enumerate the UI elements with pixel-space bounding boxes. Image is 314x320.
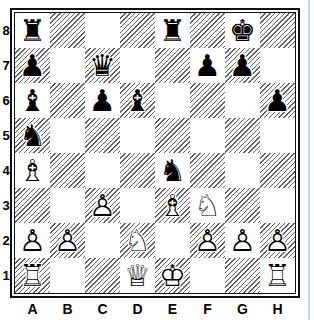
piece-glyph: ♜ — [15, 13, 50, 48]
square-f8 — [190, 13, 225, 48]
black-knight-e4: ♞♞ — [155, 153, 190, 188]
square-c4 — [85, 153, 120, 188]
chess-board-inner-frame: ♜♜♜♜♚♚♟♟♛♛♟♟♟♟♝♝♟♟♝♝♟♟♞♞♝♗♞♞♟♙♝♗♞♘♟♙♟♙♞♘… — [14, 12, 296, 294]
square-e4: ♞♞ — [155, 153, 190, 188]
black-queen-c7: ♛♛ — [85, 48, 120, 83]
square-g8: ♚♚ — [225, 13, 260, 48]
white-pawn-g2: ♟♙ — [225, 223, 260, 258]
piece-glyph: ♟ — [85, 83, 120, 118]
file-label-h: H — [260, 301, 295, 317]
black-pawn-c6: ♟♟ — [85, 83, 120, 118]
square-b2: ♟♙ — [50, 223, 85, 258]
square-h4 — [260, 153, 295, 188]
file-label-c: C — [85, 301, 120, 317]
square-e1: ♚♔ — [155, 258, 190, 293]
white-king-e1: ♚♔ — [155, 258, 190, 293]
square-f1 — [190, 258, 225, 293]
square-h8 — [260, 13, 295, 48]
square-e6 — [155, 83, 190, 118]
piece-glyph: ♕ — [120, 258, 155, 293]
piece-glyph: ♙ — [190, 223, 225, 258]
right-edge-scan-line — [308, 0, 310, 320]
square-f6 — [190, 83, 225, 118]
white-knight-f3: ♞♘ — [190, 188, 225, 223]
square-d6: ♝♝ — [120, 83, 155, 118]
square-c7: ♛♛ — [85, 48, 120, 83]
piece-glyph: ♞ — [15, 118, 50, 153]
white-knight-d2: ♞♘ — [120, 223, 155, 258]
file-label-f: F — [190, 301, 225, 317]
black-pawn-h6: ♟♟ — [260, 83, 295, 118]
square-h5 — [260, 118, 295, 153]
piece-glyph: ♗ — [155, 188, 190, 223]
square-b1 — [50, 258, 85, 293]
square-g4 — [225, 153, 260, 188]
piece-glyph: ♙ — [50, 223, 85, 258]
piece-glyph: ♚ — [225, 13, 260, 48]
square-c3: ♟♙ — [85, 188, 120, 223]
black-pawn-g7: ♟♟ — [225, 48, 260, 83]
black-pawn-a7: ♟♟ — [15, 48, 50, 83]
file-label-b: B — [50, 301, 85, 317]
square-h6: ♟♟ — [260, 83, 295, 118]
square-e2 — [155, 223, 190, 258]
square-a1: ♜♖ — [15, 258, 50, 293]
piece-glyph: ♟ — [190, 48, 225, 83]
white-pawn-a2: ♟♙ — [15, 223, 50, 258]
square-h2: ♟♙ — [260, 223, 295, 258]
square-b3 — [50, 188, 85, 223]
white-queen-d1: ♛♕ — [120, 258, 155, 293]
square-d5 — [120, 118, 155, 153]
square-f3: ♞♘ — [190, 188, 225, 223]
white-pawn-c3: ♟♙ — [85, 188, 120, 223]
piece-glyph: ♘ — [190, 188, 225, 223]
black-bishop-d6: ♝♝ — [120, 83, 155, 118]
white-pawn-h2: ♟♙ — [260, 223, 295, 258]
square-c5 — [85, 118, 120, 153]
piece-glyph: ♝ — [120, 83, 155, 118]
white-pawn-f2: ♟♙ — [190, 223, 225, 258]
square-b8 — [50, 13, 85, 48]
piece-glyph: ♙ — [260, 223, 295, 258]
piece-glyph: ♖ — [260, 258, 295, 293]
square-a4: ♝♗ — [15, 153, 50, 188]
square-a3 — [15, 188, 50, 223]
piece-glyph: ♙ — [15, 223, 50, 258]
square-c8 — [85, 13, 120, 48]
piece-glyph: ♘ — [120, 223, 155, 258]
black-bishop-a6: ♝♝ — [15, 83, 50, 118]
file-label-d: D — [120, 301, 155, 317]
square-f2: ♟♙ — [190, 223, 225, 258]
file-labels: ABCDEFGH — [15, 301, 295, 317]
file-label-g: G — [225, 301, 260, 317]
white-bishop-a4: ♝♗ — [15, 153, 50, 188]
piece-glyph: ♟ — [15, 48, 50, 83]
white-bishop-e3: ♝♗ — [155, 188, 190, 223]
square-g2: ♟♙ — [225, 223, 260, 258]
square-f4 — [190, 153, 225, 188]
white-rook-h1: ♜♖ — [260, 258, 295, 293]
square-g6 — [225, 83, 260, 118]
file-label-e: E — [155, 301, 190, 317]
file-label-a: A — [15, 301, 50, 317]
square-a7: ♟♟ — [15, 48, 50, 83]
white-pawn-b2: ♟♙ — [50, 223, 85, 258]
square-g7: ♟♟ — [225, 48, 260, 83]
square-b5 — [50, 118, 85, 153]
square-d1: ♛♕ — [120, 258, 155, 293]
square-d4 — [120, 153, 155, 188]
square-g5 — [225, 118, 260, 153]
square-h7 — [260, 48, 295, 83]
square-h3 — [260, 188, 295, 223]
black-king-g8: ♚♚ — [225, 13, 260, 48]
piece-glyph: ♜ — [155, 13, 190, 48]
square-e7 — [155, 48, 190, 83]
square-b7 — [50, 48, 85, 83]
piece-glyph: ♝ — [15, 83, 50, 118]
chess-board: ♜♜♜♜♚♚♟♟♛♛♟♟♟♟♝♝♟♟♝♝♟♟♞♞♝♗♞♞♟♙♝♗♞♘♟♙♟♙♞♘… — [15, 13, 295, 293]
black-rook-e8: ♜♜ — [155, 13, 190, 48]
square-f7: ♟♟ — [190, 48, 225, 83]
piece-glyph: ♞ — [155, 153, 190, 188]
chess-board-frame: ♜♜♜♜♚♚♟♟♛♛♟♟♟♟♝♝♟♟♝♝♟♟♞♞♝♗♞♞♟♙♝♗♞♘♟♙♟♙♞♘… — [10, 8, 300, 298]
square-h1: ♜♖ — [260, 258, 295, 293]
white-rook-a1: ♜♖ — [15, 258, 50, 293]
black-rook-a8: ♜♜ — [15, 13, 50, 48]
square-g1 — [225, 258, 260, 293]
piece-glyph: ♟ — [260, 83, 295, 118]
square-d8 — [120, 13, 155, 48]
black-pawn-f7: ♟♟ — [190, 48, 225, 83]
black-knight-a5: ♞♞ — [15, 118, 50, 153]
square-b6 — [50, 83, 85, 118]
square-a6: ♝♝ — [15, 83, 50, 118]
square-e5 — [155, 118, 190, 153]
square-c6: ♟♟ — [85, 83, 120, 118]
piece-glyph: ♟ — [225, 48, 260, 83]
piece-glyph: ♔ — [155, 258, 190, 293]
square-g3 — [225, 188, 260, 223]
chess-diagram-page: 87654321 ♜♜♜♜♚♚♟♟♛♛♟♟♟♟♝♝♟♟♝♝♟♟♞♞♝♗♞♞♟♙♝… — [0, 0, 314, 320]
piece-glyph: ♛ — [85, 48, 120, 83]
square-b4 — [50, 153, 85, 188]
square-c2 — [85, 223, 120, 258]
square-a2: ♟♙ — [15, 223, 50, 258]
square-f5 — [190, 118, 225, 153]
square-d2: ♞♘ — [120, 223, 155, 258]
square-e3: ♝♗ — [155, 188, 190, 223]
square-a8: ♜♜ — [15, 13, 50, 48]
square-c1 — [85, 258, 120, 293]
square-e8: ♜♜ — [155, 13, 190, 48]
piece-glyph: ♙ — [85, 188, 120, 223]
piece-glyph: ♖ — [15, 258, 50, 293]
square-d3 — [120, 188, 155, 223]
piece-glyph: ♙ — [225, 223, 260, 258]
square-a5: ♞♞ — [15, 118, 50, 153]
piece-glyph: ♗ — [15, 153, 50, 188]
square-d7 — [120, 48, 155, 83]
